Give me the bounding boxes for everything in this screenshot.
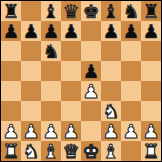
white-rook[interactable]: ♜ (142, 141, 159, 161)
white-bishop[interactable]: ♝ (102, 141, 119, 161)
white-rook[interactable]: ♜ (2, 141, 19, 161)
square-f3[interactable]: ♞ (101, 101, 121, 121)
square-d6[interactable] (61, 41, 81, 61)
black-pawn[interactable]: ♟ (42, 21, 59, 41)
square-a8[interactable]: ♜ (1, 1, 21, 21)
chess-board: ♜♝♛♚♝♞♜♟♟♟♟♟♟♟♞♟♟♞♟♟♟♟♟♟♟♜♞♝♛♚♝♜ (0, 0, 162, 162)
square-c5[interactable] (41, 61, 61, 81)
square-e1[interactable]: ♚ (81, 141, 101, 161)
square-a1[interactable]: ♜ (1, 141, 21, 161)
square-g6[interactable] (121, 41, 141, 61)
square-f8[interactable]: ♝ (101, 1, 121, 21)
square-g5[interactable] (121, 61, 141, 81)
square-f5[interactable] (101, 61, 121, 81)
square-e8[interactable]: ♚ (81, 1, 101, 21)
square-c6[interactable]: ♞ (41, 41, 61, 61)
square-a3[interactable] (1, 101, 21, 121)
black-pawn[interactable]: ♟ (122, 21, 139, 41)
black-king[interactable]: ♚ (82, 1, 99, 21)
square-b1[interactable]: ♞ (21, 141, 41, 161)
white-knight[interactable]: ♞ (22, 141, 39, 161)
white-knight[interactable]: ♞ (102, 101, 119, 121)
square-b5[interactable] (21, 61, 41, 81)
black-rook[interactable]: ♜ (142, 1, 159, 21)
square-h8[interactable]: ♜ (141, 1, 161, 21)
square-d2[interactable]: ♟ (61, 121, 81, 141)
white-pawn[interactable]: ♟ (102, 121, 119, 141)
square-c2[interactable]: ♟ (41, 121, 61, 141)
black-rook[interactable]: ♜ (2, 1, 19, 21)
square-d3[interactable] (61, 101, 81, 121)
square-f2[interactable]: ♟ (101, 121, 121, 141)
square-h7[interactable]: ♟ (141, 21, 161, 41)
black-knight[interactable]: ♞ (122, 1, 139, 21)
black-bishop[interactable]: ♝ (42, 1, 59, 21)
square-b3[interactable] (21, 101, 41, 121)
square-e7[interactable] (81, 21, 101, 41)
white-pawn[interactable]: ♟ (82, 81, 99, 101)
white-pawn[interactable]: ♟ (2, 121, 19, 141)
square-g3[interactable] (121, 101, 141, 121)
square-a4[interactable] (1, 81, 21, 101)
white-pawn[interactable]: ♟ (62, 121, 79, 141)
square-c4[interactable] (41, 81, 61, 101)
square-b6[interactable] (21, 41, 41, 61)
square-g1[interactable] (121, 141, 141, 161)
square-c8[interactable]: ♝ (41, 1, 61, 21)
black-pawn[interactable]: ♟ (102, 21, 119, 41)
square-h1[interactable]: ♜ (141, 141, 161, 161)
square-d1[interactable]: ♛ (61, 141, 81, 161)
white-pawn[interactable]: ♟ (42, 121, 59, 141)
black-pawn[interactable]: ♟ (2, 21, 19, 41)
square-h6[interactable] (141, 41, 161, 61)
square-b8[interactable] (21, 1, 41, 21)
square-d8[interactable]: ♛ (61, 1, 81, 21)
square-d7[interactable]: ♟ (61, 21, 81, 41)
black-knight[interactable]: ♞ (42, 41, 59, 61)
white-pawn[interactable]: ♟ (22, 121, 39, 141)
black-pawn[interactable]: ♟ (82, 61, 99, 81)
square-h2[interactable]: ♟ (141, 121, 161, 141)
square-e5[interactable]: ♟ (81, 61, 101, 81)
square-e3[interactable] (81, 101, 101, 121)
square-a6[interactable] (1, 41, 21, 61)
square-d5[interactable] (61, 61, 81, 81)
square-h3[interactable] (141, 101, 161, 121)
square-e6[interactable] (81, 41, 101, 61)
square-g8[interactable]: ♞ (121, 1, 141, 21)
square-c3[interactable] (41, 101, 61, 121)
square-h5[interactable] (141, 61, 161, 81)
square-g4[interactable] (121, 81, 141, 101)
square-b4[interactable] (21, 81, 41, 101)
square-f7[interactable]: ♟ (101, 21, 121, 41)
white-king[interactable]: ♚ (82, 141, 99, 161)
black-pawn[interactable]: ♟ (62, 21, 79, 41)
square-c7[interactable]: ♟ (41, 21, 61, 41)
square-a5[interactable] (1, 61, 21, 81)
square-e2[interactable] (81, 121, 101, 141)
square-b2[interactable]: ♟ (21, 121, 41, 141)
square-f4[interactable] (101, 81, 121, 101)
black-queen[interactable]: ♛ (62, 1, 79, 21)
square-a7[interactable]: ♟ (1, 21, 21, 41)
square-d4[interactable] (61, 81, 81, 101)
square-e4[interactable]: ♟ (81, 81, 101, 101)
square-f1[interactable]: ♝ (101, 141, 121, 161)
square-b7[interactable]: ♟ (21, 21, 41, 41)
square-g2[interactable]: ♟ (121, 121, 141, 141)
white-queen[interactable]: ♛ (62, 141, 79, 161)
black-bishop[interactable]: ♝ (102, 1, 119, 21)
square-f6[interactable] (101, 41, 121, 61)
square-c1[interactable]: ♝ (41, 141, 61, 161)
black-pawn[interactable]: ♟ (22, 21, 39, 41)
square-h4[interactable] (141, 81, 161, 101)
square-a2[interactable]: ♟ (1, 121, 21, 141)
white-pawn[interactable]: ♟ (142, 121, 159, 141)
square-g7[interactable]: ♟ (121, 21, 141, 41)
white-pawn[interactable]: ♟ (122, 121, 139, 141)
black-pawn[interactable]: ♟ (142, 21, 159, 41)
white-bishop[interactable]: ♝ (42, 141, 59, 161)
